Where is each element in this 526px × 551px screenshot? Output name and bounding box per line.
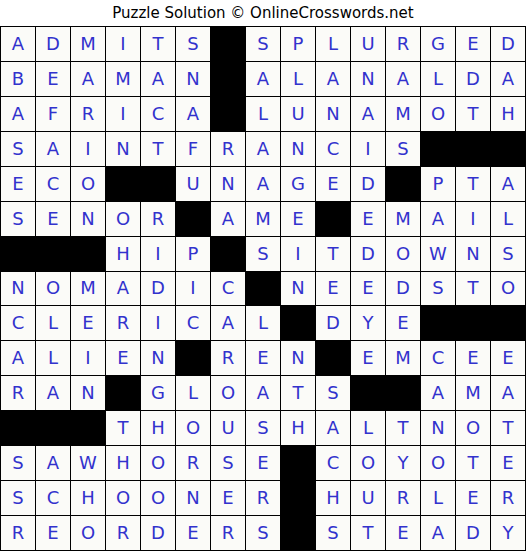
- letter-cell: E: [246, 446, 280, 480]
- letter-cell: R: [211, 341, 245, 375]
- black-cell: [386, 167, 420, 201]
- letter-cell: S: [491, 237, 525, 271]
- letter-cell: E: [1, 167, 35, 201]
- letter-cell: T: [386, 411, 420, 445]
- letter-cell: E: [281, 202, 315, 236]
- letter-cell: I: [176, 272, 210, 306]
- letter-cell: A: [1, 341, 35, 375]
- letter-cell: D: [351, 237, 385, 271]
- letter-cell: A: [246, 62, 280, 96]
- letter-cell: H: [141, 411, 175, 445]
- letter-cell: R: [211, 516, 245, 550]
- letter-cell: C: [36, 167, 70, 201]
- letter-cell: I: [71, 132, 105, 166]
- letter-cell: P: [421, 167, 455, 201]
- black-cell: [106, 167, 140, 201]
- letter-cell: L: [246, 306, 280, 340]
- letter-cell: A: [316, 62, 350, 96]
- black-cell: [351, 376, 385, 410]
- letter-cell: H: [106, 237, 140, 271]
- letter-cell: G: [281, 167, 315, 201]
- letter-cell: E: [386, 306, 420, 340]
- letter-cell: A: [141, 62, 175, 96]
- letter-cell: F: [36, 97, 70, 131]
- letter-cell: S: [246, 516, 280, 550]
- letter-cell: H: [71, 481, 105, 515]
- black-cell: [386, 376, 420, 410]
- letter-cell: C: [176, 306, 210, 340]
- letter-cell: N: [281, 132, 315, 166]
- letter-cell: E: [456, 481, 490, 515]
- letter-cell: S: [316, 516, 350, 550]
- letter-cell: N: [1, 272, 35, 306]
- letter-cell: O: [36, 272, 70, 306]
- letter-cell: D: [351, 167, 385, 201]
- letter-cell: N: [281, 341, 315, 375]
- letter-cell: O: [456, 411, 490, 445]
- letter-cell: D: [456, 516, 490, 550]
- letter-cell: R: [106, 516, 140, 550]
- letter-cell: C: [141, 97, 175, 131]
- letter-cell: I: [106, 97, 140, 131]
- letter-cell: I: [456, 202, 490, 236]
- letter-cell: T: [316, 237, 350, 271]
- letter-cell: E: [351, 272, 385, 306]
- letter-cell: U: [211, 411, 245, 445]
- crossword-grid: ADMITSSPLURGEDBEAMANALANALDAAFRICALUNAMO…: [0, 26, 526, 551]
- letter-cell: L: [176, 376, 210, 410]
- letter-cell: C: [211, 272, 245, 306]
- letter-cell: A: [246, 132, 280, 166]
- letter-cell: H: [316, 481, 350, 515]
- black-cell: [1, 411, 35, 445]
- letter-cell: T: [456, 97, 490, 131]
- letter-cell: S: [421, 272, 455, 306]
- letter-cell: B: [1, 62, 35, 96]
- letter-cell: A: [491, 62, 525, 96]
- letter-cell: E: [456, 341, 490, 375]
- letter-cell: E: [491, 446, 525, 480]
- letter-cell: A: [71, 62, 105, 96]
- letter-cell: I: [281, 237, 315, 271]
- letter-cell: A: [211, 202, 245, 236]
- letter-cell: R: [141, 202, 175, 236]
- letter-cell: U: [176, 167, 210, 201]
- letter-cell: N: [281, 272, 315, 306]
- letter-cell: C: [1, 306, 35, 340]
- letter-cell: S: [1, 202, 35, 236]
- letter-cell: N: [71, 202, 105, 236]
- letter-cell: T: [141, 132, 175, 166]
- letter-cell: A: [36, 132, 70, 166]
- letter-cell: R: [386, 27, 420, 61]
- letter-cell: S: [1, 132, 35, 166]
- letter-cell: O: [71, 516, 105, 550]
- letter-cell: O: [421, 97, 455, 131]
- letter-cell: U: [351, 27, 385, 61]
- letter-cell: M: [386, 202, 420, 236]
- black-cell: [141, 167, 175, 201]
- letter-cell: M: [386, 341, 420, 375]
- letter-cell: A: [1, 27, 35, 61]
- letter-cell: R: [1, 376, 35, 410]
- letter-cell: A: [246, 376, 280, 410]
- letter-cell: S: [1, 481, 35, 515]
- black-cell: [316, 341, 350, 375]
- letter-cell: N: [421, 411, 455, 445]
- black-cell: [36, 411, 70, 445]
- letter-cell: U: [281, 97, 315, 131]
- letter-cell: A: [421, 376, 455, 410]
- black-cell: [281, 481, 315, 515]
- black-cell: [316, 202, 350, 236]
- letter-cell: E: [316, 167, 350, 201]
- letter-cell: L: [421, 62, 455, 96]
- letter-cell: L: [36, 341, 70, 375]
- black-cell: [491, 306, 525, 340]
- letter-cell: S: [316, 376, 350, 410]
- black-cell: [281, 306, 315, 340]
- black-cell: [211, 237, 245, 271]
- letter-cell: H: [281, 411, 315, 445]
- letter-cell: G: [421, 27, 455, 61]
- letter-cell: C: [316, 132, 350, 166]
- letter-cell: A: [386, 62, 420, 96]
- letter-cell: E: [456, 27, 490, 61]
- letter-cell: E: [246, 341, 280, 375]
- letter-cell: O: [106, 202, 140, 236]
- letter-cell: D: [141, 272, 175, 306]
- letter-cell: P: [176, 237, 210, 271]
- letter-cell: O: [386, 237, 420, 271]
- letter-cell: D: [316, 306, 350, 340]
- black-cell: [36, 237, 70, 271]
- letter-cell: A: [246, 167, 280, 201]
- letter-cell: P: [281, 27, 315, 61]
- letter-cell: N: [71, 376, 105, 410]
- letter-cell: W: [421, 237, 455, 271]
- letter-cell: R: [106, 306, 140, 340]
- letter-cell: G: [141, 376, 175, 410]
- letter-cell: O: [491, 272, 525, 306]
- letter-cell: C: [421, 341, 455, 375]
- letter-cell: E: [36, 516, 70, 550]
- letter-cell: L: [281, 62, 315, 96]
- letter-cell: I: [106, 27, 140, 61]
- letter-cell: I: [141, 237, 175, 271]
- letter-cell: R: [386, 481, 420, 515]
- letter-cell: W: [71, 446, 105, 480]
- letter-cell: A: [106, 272, 140, 306]
- letter-cell: A: [36, 446, 70, 480]
- letter-cell: A: [176, 97, 210, 131]
- black-cell: [246, 272, 280, 306]
- letter-cell: R: [71, 97, 105, 131]
- letter-cell: E: [36, 202, 70, 236]
- letter-cell: N: [351, 62, 385, 96]
- letter-cell: O: [176, 411, 210, 445]
- letter-cell: Y: [386, 446, 420, 480]
- letter-cell: A: [491, 376, 525, 410]
- letter-cell: E: [106, 341, 140, 375]
- letter-cell: R: [1, 516, 35, 550]
- letter-cell: F: [176, 132, 210, 166]
- letter-cell: M: [106, 62, 140, 96]
- letter-cell: A: [1, 97, 35, 131]
- letter-cell: N: [106, 132, 140, 166]
- letter-cell: A: [421, 202, 455, 236]
- black-cell: [176, 341, 210, 375]
- letter-cell: E: [351, 341, 385, 375]
- letter-cell: L: [351, 411, 385, 445]
- letter-cell: D: [36, 27, 70, 61]
- black-cell: [211, 97, 245, 131]
- black-cell: [71, 237, 105, 271]
- black-cell: [281, 446, 315, 480]
- letter-cell: T: [281, 376, 315, 410]
- black-cell: [71, 411, 105, 445]
- letter-cell: U: [351, 481, 385, 515]
- letter-cell: L: [316, 27, 350, 61]
- letter-cell: C: [36, 481, 70, 515]
- letter-cell: A: [421, 516, 455, 550]
- letter-cell: E: [386, 516, 420, 550]
- letter-cell: O: [71, 167, 105, 201]
- letter-cell: E: [316, 272, 350, 306]
- letter-cell: O: [351, 446, 385, 480]
- letter-cell: I: [141, 306, 175, 340]
- letter-cell: A: [211, 306, 245, 340]
- page-title: Puzzle Solution © OnlineCrosswords.net: [0, 0, 526, 26]
- letter-cell: N: [176, 481, 210, 515]
- letter-cell: Y: [491, 516, 525, 550]
- letter-cell: S: [1, 446, 35, 480]
- letter-cell: S: [176, 27, 210, 61]
- letter-cell: Y: [351, 306, 385, 340]
- letter-cell: O: [211, 376, 245, 410]
- black-cell: [456, 132, 490, 166]
- letter-cell: M: [246, 202, 280, 236]
- letter-cell: M: [71, 27, 105, 61]
- letter-cell: L: [36, 306, 70, 340]
- letter-cell: R: [211, 132, 245, 166]
- puzzle-solution-page: Puzzle Solution © OnlineCrosswords.net A…: [0, 0, 526, 551]
- letter-cell: M: [456, 376, 490, 410]
- letter-cell: N: [211, 167, 245, 201]
- letter-cell: T: [351, 516, 385, 550]
- black-cell: [176, 202, 210, 236]
- letter-cell: S: [246, 411, 280, 445]
- letter-cell: L: [491, 202, 525, 236]
- letter-cell: E: [351, 202, 385, 236]
- letter-cell: N: [456, 237, 490, 271]
- letter-cell: D: [456, 62, 490, 96]
- black-cell: [1, 237, 35, 271]
- letter-cell: S: [386, 132, 420, 166]
- letter-cell: S: [211, 446, 245, 480]
- letter-cell: T: [491, 411, 525, 445]
- letter-cell: S: [246, 27, 280, 61]
- letter-cell: M: [386, 97, 420, 131]
- letter-cell: T: [456, 272, 490, 306]
- letter-cell: D: [491, 27, 525, 61]
- letter-cell: O: [141, 446, 175, 480]
- black-cell: [421, 132, 455, 166]
- letter-cell: O: [106, 481, 140, 515]
- letter-cell: A: [491, 167, 525, 201]
- letter-cell: M: [71, 272, 105, 306]
- letter-cell: R: [246, 481, 280, 515]
- letter-cell: T: [141, 27, 175, 61]
- black-cell: [211, 27, 245, 61]
- letter-cell: N: [176, 62, 210, 96]
- letter-cell: E: [71, 306, 105, 340]
- letter-cell: C: [316, 446, 350, 480]
- letter-cell: I: [71, 341, 105, 375]
- black-cell: [491, 132, 525, 166]
- letter-cell: E: [211, 481, 245, 515]
- letter-cell: E: [36, 62, 70, 96]
- letter-cell: L: [421, 481, 455, 515]
- letter-cell: A: [316, 411, 350, 445]
- black-cell: [106, 376, 140, 410]
- black-cell: [456, 306, 490, 340]
- letter-cell: D: [141, 516, 175, 550]
- letter-cell: O: [141, 481, 175, 515]
- letter-cell: N: [141, 341, 175, 375]
- letter-cell: R: [491, 481, 525, 515]
- letter-cell: T: [456, 167, 490, 201]
- black-cell: [281, 516, 315, 550]
- letter-cell: I: [351, 132, 385, 166]
- letter-cell: T: [106, 411, 140, 445]
- letter-cell: T: [456, 446, 490, 480]
- letter-cell: A: [351, 97, 385, 131]
- letter-cell: H: [491, 97, 525, 131]
- letter-cell: N: [316, 97, 350, 131]
- letter-cell: H: [106, 446, 140, 480]
- letter-cell: D: [386, 272, 420, 306]
- letter-cell: A: [36, 376, 70, 410]
- letter-cell: E: [176, 516, 210, 550]
- letter-cell: R: [176, 446, 210, 480]
- letter-cell: S: [246, 237, 280, 271]
- black-cell: [421, 306, 455, 340]
- letter-cell: O: [421, 446, 455, 480]
- black-cell: [211, 62, 245, 96]
- letter-cell: E: [491, 341, 525, 375]
- letter-cell: L: [246, 97, 280, 131]
